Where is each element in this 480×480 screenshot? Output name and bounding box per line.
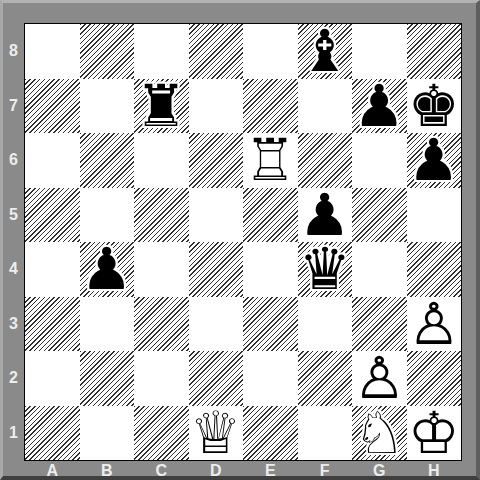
square-f5[interactable]: ♟♟	[298, 188, 353, 243]
square-c6[interactable]	[134, 133, 189, 188]
square-f4[interactable]: ♛♛	[298, 242, 353, 297]
square-g5[interactable]	[352, 188, 407, 243]
square-e2[interactable]	[243, 351, 298, 406]
square-c2[interactable]	[134, 351, 189, 406]
piece-glyph: ♕	[190, 406, 242, 461]
piece-glyph: ♖	[244, 133, 296, 188]
rank-label-1: 1	[3, 406, 24, 461]
square-g2[interactable]: ♟♙	[352, 351, 407, 406]
square-b1[interactable]	[80, 406, 135, 461]
piece-glyph: ♟	[299, 188, 351, 243]
square-a5[interactable]	[25, 188, 80, 243]
white-king-icon[interactable]: ♚♔	[407, 406, 462, 461]
piece-glyph: ♔	[408, 406, 460, 461]
square-d1[interactable]: ♛♕	[189, 406, 244, 461]
square-d3[interactable]	[189, 297, 244, 352]
piece-glyph: ♙	[353, 351, 405, 406]
square-f6[interactable]	[298, 133, 353, 188]
black-queen-icon[interactable]: ♛♛	[298, 242, 353, 297]
square-d5[interactable]	[189, 188, 244, 243]
square-a3[interactable]	[25, 297, 80, 352]
black-rook-icon[interactable]: ♜♜	[134, 79, 189, 134]
square-f2[interactable]	[298, 351, 353, 406]
square-f8[interactable]: ♝♝	[298, 24, 353, 79]
square-e1[interactable]	[243, 406, 298, 461]
square-a1[interactable]	[25, 406, 80, 461]
square-d7[interactable]	[189, 79, 244, 134]
square-h6[interactable]: ♟♟	[407, 133, 462, 188]
square-a8[interactable]	[25, 24, 80, 79]
square-b6[interactable]	[80, 133, 135, 188]
square-e4[interactable]	[243, 242, 298, 297]
rank-label-8: 8	[3, 24, 24, 79]
square-c3[interactable]	[134, 297, 189, 352]
square-h2[interactable]	[407, 351, 462, 406]
square-b8[interactable]	[80, 24, 135, 79]
square-c5[interactable]	[134, 188, 189, 243]
square-g4[interactable]	[352, 242, 407, 297]
square-c1[interactable]	[134, 406, 189, 461]
white-rook-icon[interactable]: ♜♖	[243, 133, 298, 188]
piece-glyph: ♘	[353, 406, 405, 461]
square-b3[interactable]	[80, 297, 135, 352]
square-g8[interactable]	[352, 24, 407, 79]
piece-glyph: ♚	[408, 79, 460, 134]
square-g3[interactable]	[352, 297, 407, 352]
square-c8[interactable]	[134, 24, 189, 79]
black-bishop-icon[interactable]: ♝♝	[298, 24, 353, 79]
square-a6[interactable]	[25, 133, 80, 188]
square-d8[interactable]	[189, 24, 244, 79]
square-c4[interactable]	[134, 242, 189, 297]
rank-labels: 87654321	[3, 24, 24, 460]
file-label-a: A	[25, 461, 80, 480]
board: ♝♝♜♜♟♟♚♚♜♖♟♟♟♟♟♟♛♛♟♙♟♙♛♕♞♘♚♔	[24, 23, 462, 461]
white-pawn-icon[interactable]: ♟♙	[352, 351, 407, 406]
file-label-c: C	[134, 461, 189, 480]
square-h4[interactable]	[407, 242, 462, 297]
square-f7[interactable]	[298, 79, 353, 134]
square-d6[interactable]	[189, 133, 244, 188]
rank-label-4: 4	[3, 242, 24, 297]
piece-glyph: ♜	[135, 79, 187, 134]
piece-glyph: ♟	[353, 79, 405, 134]
white-knight-icon[interactable]: ♞♘	[352, 406, 407, 461]
square-f1[interactable]	[298, 406, 353, 461]
file-label-b: B	[80, 461, 135, 480]
square-c7[interactable]: ♜♜	[134, 79, 189, 134]
square-h1[interactable]: ♚♔	[407, 406, 462, 461]
square-a2[interactable]	[25, 351, 80, 406]
square-f3[interactable]	[298, 297, 353, 352]
white-pawn-icon[interactable]: ♟♙	[407, 297, 462, 352]
square-g7[interactable]: ♟♟	[352, 79, 407, 134]
square-e3[interactable]	[243, 297, 298, 352]
square-h3[interactable]: ♟♙	[407, 297, 462, 352]
square-e8[interactable]	[243, 24, 298, 79]
square-h7[interactable]: ♚♚	[407, 79, 462, 134]
file-label-e: E	[243, 461, 298, 480]
black-pawn-icon[interactable]: ♟♟	[80, 242, 135, 297]
black-pawn-icon[interactable]: ♟♟	[407, 133, 462, 188]
piece-glyph: ♟	[408, 133, 460, 188]
piece-glyph: ♙	[408, 297, 460, 352]
black-pawn-icon[interactable]: ♟♟	[352, 79, 407, 134]
file-label-f: F	[298, 461, 353, 480]
square-g6[interactable]	[352, 133, 407, 188]
piece-glyph: ♛	[299, 242, 351, 297]
square-e5[interactable]	[243, 188, 298, 243]
black-king-icon[interactable]: ♚♚	[407, 79, 462, 134]
square-b2[interactable]	[80, 351, 135, 406]
square-h5[interactable]	[407, 188, 462, 243]
rank-label-6: 6	[3, 133, 24, 188]
square-a7[interactable]	[25, 79, 80, 134]
rank-label-5: 5	[3, 188, 24, 243]
square-g1[interactable]: ♞♘	[352, 406, 407, 461]
square-e6[interactable]: ♜♖	[243, 133, 298, 188]
rank-label-3: 3	[3, 297, 24, 352]
square-a4[interactable]	[25, 242, 80, 297]
square-e7[interactable]	[243, 79, 298, 134]
square-h8[interactable]	[407, 24, 462, 79]
rank-label-7: 7	[3, 79, 24, 134]
piece-glyph: ♝	[299, 24, 351, 79]
square-d2[interactable]	[189, 351, 244, 406]
board-frame: 87654321 ABCDEFGH ♝♝♜♜♟♟♚♚♜♖♟♟♟♟♟♟♛♛♟♙♟♙…	[0, 0, 480, 480]
black-pawn-icon[interactable]: ♟♟	[298, 188, 353, 243]
white-queen-icon[interactable]: ♛♕	[189, 406, 244, 461]
square-b5[interactable]	[80, 188, 135, 243]
square-b4[interactable]: ♟♟	[80, 242, 135, 297]
square-d4[interactable]	[189, 242, 244, 297]
square-b7[interactable]	[80, 79, 135, 134]
piece-glyph: ♟	[81, 242, 133, 297]
rank-label-2: 2	[3, 351, 24, 406]
